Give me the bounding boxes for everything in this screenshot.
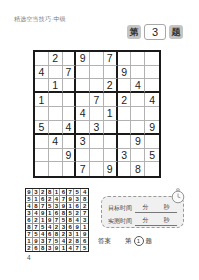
puzzle-cell-r5c3 [63,107,77,121]
puzzle-cell-r2c7: 9 [118,66,132,80]
puzzle-cell-r6c1: 5 [35,121,49,135]
answer-cell-r7c3: 4 [40,231,47,238]
answer-cell-r8c1: 1 [26,238,33,245]
answer-solution-grid: 9328167545162479384875391623491685276219… [25,188,89,252]
puzzle-cell-r4c9: 4 [145,93,159,107]
puzzle-cell-r5c4: 4 [76,107,90,121]
puzzle-cell-r6c8 [131,121,145,135]
answer-cell-r4c4: 1 [47,210,54,217]
puzzle-cell-r5c1 [35,107,49,121]
puzzle-cell-r7c5 [90,135,104,149]
puzzle-cell-r2c6 [104,66,118,80]
puzzle-cell-r3c1 [35,79,49,93]
answer-cell-r2c3: 6 [40,196,47,203]
answer-cell-r1c8: 5 [74,189,81,196]
puzzle-cell-r5c2 [49,107,63,121]
answer-cell-r3c3: 7 [40,203,47,210]
answer-cell-r2c8: 3 [74,196,81,203]
puzzle-cell-r7c4: 3 [76,135,90,149]
answer-cell-r7c9: 9 [81,231,88,238]
puzzle-cell-r1c4: 9 [76,52,90,66]
answer-badge-suffix: 题 [146,237,153,246]
puzzle-cell-r6c7 [118,121,132,135]
puzzle-cell-r3c9 [145,79,159,93]
answer-cell-r2c9: 8 [81,196,88,203]
answer-cell-r9c6: 1 [60,245,67,251]
problem-badge: 第 3 题 [127,24,183,40]
answer-cell-r6c1: 8 [26,224,33,231]
puzzle-cell-r5c9 [145,107,159,121]
answer-cell-r3c1: 4 [26,203,33,210]
answer-cell-r2c5: 4 [54,196,61,203]
answer-cell-r9c9: 5 [81,245,88,251]
answer-cell-r3c8: 6 [74,203,81,210]
answer-cell-r7c8: 1 [74,231,81,238]
puzzle-cell-r3c5 [90,79,104,93]
puzzle-cell-r1c3 [63,52,77,66]
puzzle-cell-r2c1: 4 [35,66,49,80]
answer-cell-r8c2: 9 [33,238,40,245]
puzzle-cell-r9c4: 7 [76,162,90,176]
puzzle-cell-r2c8 [131,66,145,80]
problem-badge-suffix: 题 [169,25,183,39]
answer-cell-r7c7: 3 [67,231,74,238]
answer-cell-r6c7: 6 [67,224,74,231]
answer-cell-r5c2: 2 [33,217,40,224]
answer-cell-r8c9: 6 [81,238,88,245]
puzzle-cell-r6c4 [76,121,90,135]
answer-cell-r7c4: 6 [47,231,54,238]
answer-cell-r1c2: 3 [33,189,40,196]
puzzle-cell-r1c5 [90,52,104,66]
puzzle-cell-r1c7 [118,52,132,66]
puzzle-cell-r3c4 [76,79,90,93]
puzzle-cell-r3c3 [63,79,77,93]
answer-cell-r7c2: 5 [33,231,40,238]
answer-cell-r1c7: 7 [67,189,74,196]
answer-cell-r9c5: 9 [54,245,61,251]
answer-cell-r5c1: 6 [26,217,33,224]
answer-cell-r3c4: 5 [47,203,54,210]
target-time-label: 目标时间 [108,204,132,213]
answer-cell-r9c2: 6 [33,245,40,251]
puzzle-cell-r4c1: 1 [35,93,49,107]
puzzle-cell-r8c9: 5 [145,149,159,163]
puzzle-cell-r9c3 [63,162,77,176]
answer-cell-r5c4: 9 [47,217,54,224]
answer-cell-r2c2: 1 [33,196,40,203]
answer-label: 答案 [98,237,111,246]
puzzle-cell-r2c3: 7 [63,66,77,80]
puzzle-cell-r8c5 [90,149,104,163]
puzzle-cell-r7c8: 9 [131,135,145,149]
puzzle-cell-r9c8: 8 [131,162,145,176]
minutes-unit: 分 [143,203,149,212]
answer-cell-r4c9: 7 [81,210,88,217]
answer-cell-r8c3: 3 [40,238,47,245]
section-title: 精选空当技巧·中级 [14,15,66,24]
puzzle-cell-r2c5 [90,66,104,80]
puzzle-cell-r4c6 [104,93,118,107]
puzzle-cell-r8c4 [76,149,90,163]
answer-cell-r6c5: 2 [54,224,61,231]
puzzle-cell-r9c9 [145,162,159,176]
actual-time-label: 实测时间 [108,217,132,226]
puzzle-cell-r7c3 [63,135,77,149]
answer-cell-r5c6: 5 [60,217,67,224]
puzzle-cell-r9c7 [118,162,132,176]
answer-cell-r3c9: 2 [81,203,88,210]
answer-cell-r3c6: 9 [60,203,67,210]
answer-badge-prefix: 第 [125,237,132,246]
puzzle-cell-r4c5: 7 [90,93,104,107]
target-time-row: 目标时间 分 秒 [108,203,177,213]
puzzle-cell-r4c8 [131,93,145,107]
timer-panel: 目标时间 分 秒 实测时间 分 秒 [101,196,184,228]
answer-cell-r2c1: 5 [26,196,33,203]
answer-cell-r5c3: 1 [40,217,47,224]
answer-cell-r4c3: 9 [40,210,47,217]
puzzle-cell-r7c1 [35,135,49,149]
answer-cell-r5c9: 3 [81,217,88,224]
answer-cell-r8c8: 8 [74,238,81,245]
answer-cell-r9c8: 7 [74,245,81,251]
puzzle-cell-r8c6 [104,149,118,163]
answer-cell-r6c4: 4 [47,224,54,231]
problem-number: 3 [144,24,166,40]
answer-cell-r4c1: 3 [26,210,33,217]
puzzle-cell-r1c9 [145,52,159,66]
puzzle-cell-r8c2 [49,149,63,163]
answer-cell-r2c6: 7 [60,196,67,203]
puzzle-cell-r6c5: 3 [90,121,104,135]
target-time-blank: 分 秒 [135,203,177,214]
answer-cell-r8c5: 5 [54,238,61,245]
answer-cell-r2c7: 9 [67,196,74,203]
answer-cell-r1c4: 8 [47,189,54,196]
puzzle-cell-r1c1 [35,52,49,66]
minutes-unit: 分 [143,216,149,225]
answer-cell-r6c2: 7 [33,224,40,231]
puzzle-cell-r3c2: 1 [49,79,63,93]
puzzle-cell-r8c7: 3 [118,149,132,163]
answer-cell-r3c2: 8 [33,203,40,210]
puzzle-cell-r3c6: 2 [104,79,118,93]
answer-cell-r5c5: 7 [54,217,61,224]
puzzle-cell-r3c7 [118,79,132,93]
puzzle-cell-r1c8 [131,52,145,66]
puzzle-cell-r7c6 [104,135,118,149]
puzzle-cell-r4c2 [49,93,63,107]
puzzle-cell-r2c9 [145,66,159,80]
puzzle-cell-r4c4 [76,93,90,107]
puzzle-cell-r5c6: 1 [104,107,118,121]
answer-cell-r1c3: 2 [40,189,47,196]
page-number: 4 [27,254,31,261]
answer-cell-r7c6: 2 [60,231,67,238]
puzzle-cell-r9c6: 9 [104,162,118,176]
answer-cell-r6c8: 9 [74,224,81,231]
puzzle-cell-r9c5 [90,162,104,176]
puzzle-cell-r9c2 [49,162,63,176]
puzzle-cell-r5c8 [131,107,145,121]
puzzle-cell-r7c9 [145,135,159,149]
puzzle-cell-r4c3 [63,93,77,107]
answer-cell-r6c3: 5 [40,224,47,231]
answer-problem-number: 1 [134,236,144,246]
answer-cell-r9c1: 2 [26,245,33,251]
puzzle-cell-r1c2: 2 [49,52,63,66]
puzzle-cell-r8c1 [35,149,49,163]
answer-cell-r7c5: 8 [54,231,61,238]
puzzle-cell-r7c2: 4 [49,135,63,149]
actual-time-blank: 分 秒 [135,216,177,227]
answer-cell-r9c3: 8 [40,245,47,251]
answer-caption: 答案 第 1 题 [98,236,152,246]
puzzle-cell-r3c8: 4 [131,79,145,93]
puzzle-cell-r6c6 [104,121,118,135]
answer-cell-r1c5: 1 [54,189,61,196]
seconds-unit: 秒 [164,216,170,225]
answer-cell-r5c7: 8 [67,217,74,224]
answer-cell-r4c6: 8 [60,210,67,217]
puzzle-cell-r6c9: 9 [145,121,159,135]
puzzle-cell-r6c3: 4 [63,121,77,135]
answer-cell-r3c5: 3 [54,203,61,210]
puzzle-cell-r1c6: 7 [104,52,118,66]
answer-cell-r6c9: 1 [81,224,88,231]
answer-cell-r4c8: 2 [74,210,81,217]
answer-cell-r1c1: 9 [26,189,33,196]
sudoku-grid: 2974791241724415439439935798 [33,50,161,178]
puzzle-cell-r8c3: 9 [63,149,77,163]
answer-cell-r4c7: 5 [67,210,74,217]
answer-cell-r1c9: 4 [81,189,88,196]
answer-cell-r6c6: 3 [60,224,67,231]
answer-cell-r9c4: 3 [47,245,54,251]
answer-cell-r4c2: 4 [33,210,40,217]
actual-time-row: 实测时间 分 秒 [108,216,177,226]
answer-cell-r9c7: 4 [67,245,74,251]
clock-icon [170,188,186,204]
problem-badge-prefix: 第 [127,25,141,39]
seconds-unit: 秒 [164,203,170,212]
answer-cell-r8c7: 2 [67,238,74,245]
answer-cell-r5c8: 4 [74,217,81,224]
book-page: 精选空当技巧·中级 第 3 题 297479124172441543943993… [0,0,199,280]
puzzle-cell-r2c4 [76,66,90,80]
answer-cell-r3c7: 1 [67,203,74,210]
puzzle-cell-r9c1 [35,162,49,176]
answer-cell-r1c6: 6 [60,189,67,196]
puzzle-cell-r4c7: 2 [118,93,132,107]
puzzle-cell-r5c7 [118,107,132,121]
puzzle-cell-r2c2 [49,66,63,80]
answer-cell-r8c6: 4 [60,238,67,245]
answer-cell-r7c1: 7 [26,231,33,238]
puzzle-cell-r7c7 [118,135,132,149]
answer-cell-r4c5: 6 [54,210,61,217]
puzzle-cell-r8c8 [131,149,145,163]
puzzle-cell-r5c5 [90,107,104,121]
answer-cell-r8c4: 7 [47,238,54,245]
puzzle-cell-r6c2 [49,121,63,135]
answer-cell-r2c4: 2 [47,196,54,203]
